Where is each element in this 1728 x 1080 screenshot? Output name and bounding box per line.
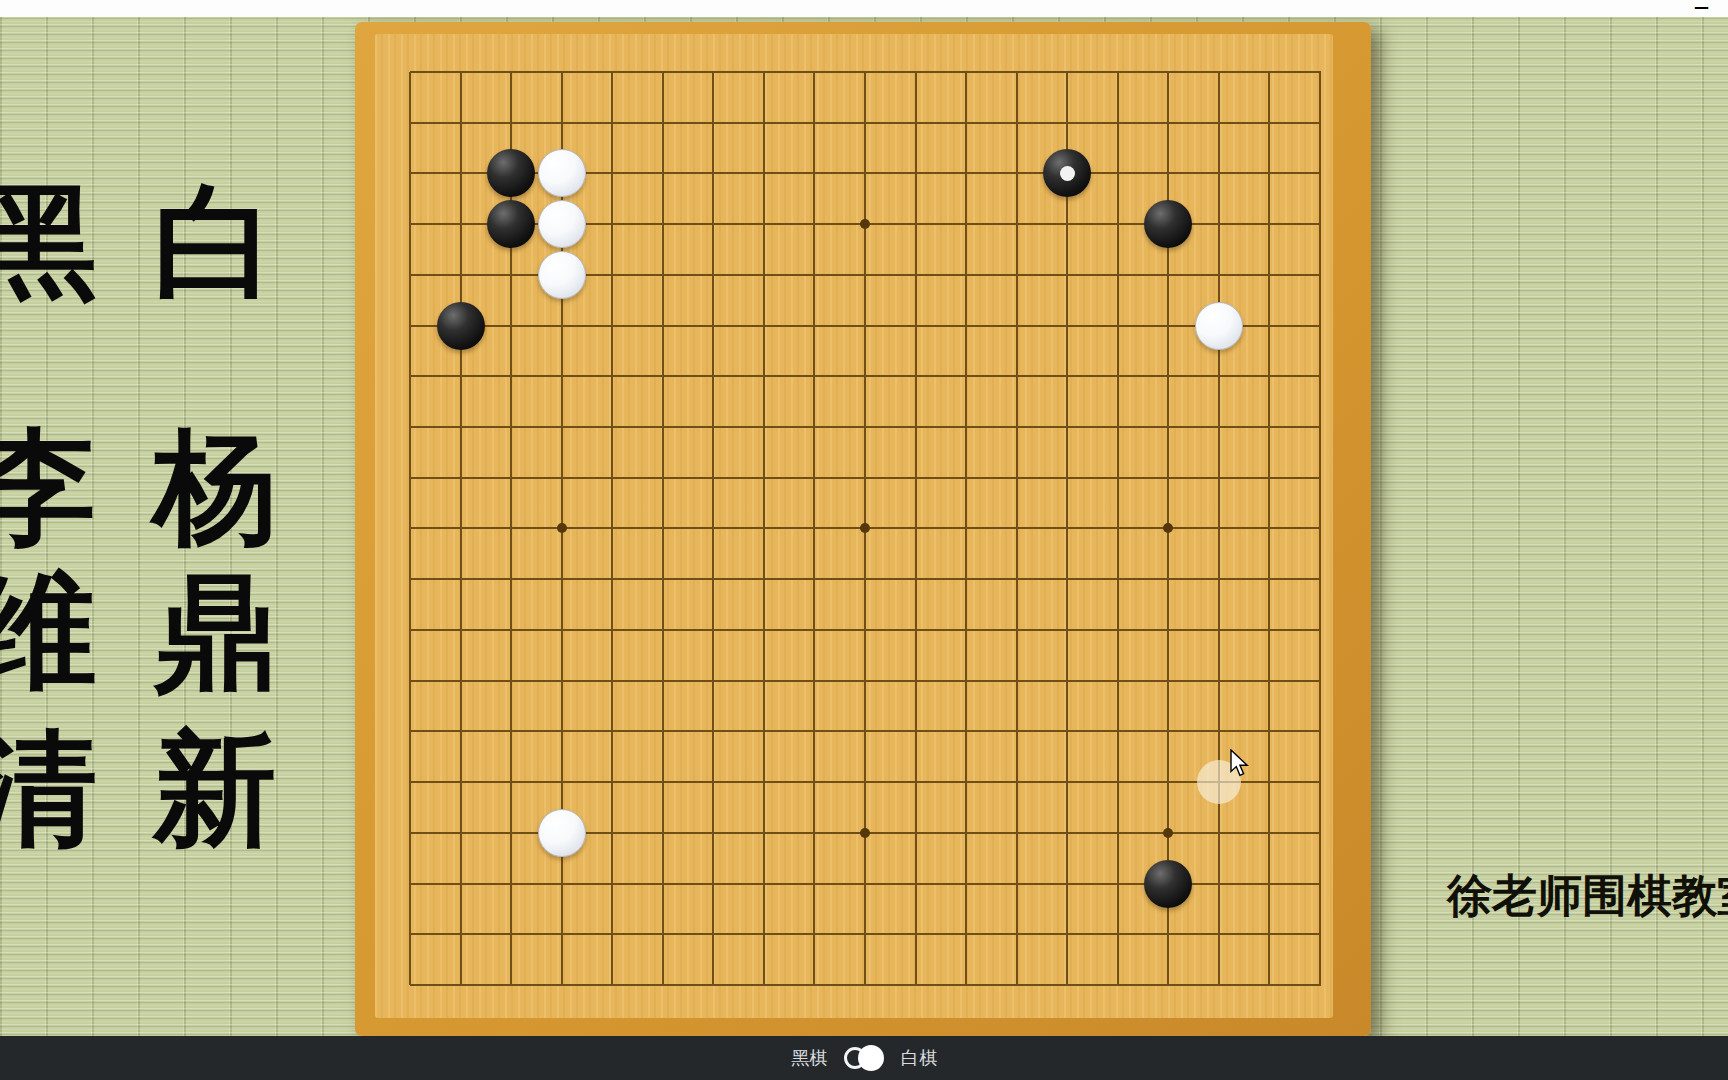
white-player-char: 鼎 bbox=[149, 569, 281, 695]
minimize-button[interactable]: — bbox=[1694, 0, 1724, 17]
stones-layer bbox=[410, 72, 1321, 986]
black-player-char: 维 bbox=[0, 569, 101, 695]
bottom-bar: 黑棋 白棋 bbox=[0, 1036, 1728, 1080]
black-stone bbox=[487, 200, 535, 248]
black-toggle-label: 黑棋 bbox=[791, 1046, 827, 1070]
mouse-cursor bbox=[1230, 749, 1252, 779]
white-player-char: 杨 bbox=[149, 424, 281, 550]
black-stone bbox=[487, 149, 535, 197]
white-player-char: 白 bbox=[149, 179, 281, 305]
black-stone bbox=[1043, 149, 1091, 197]
black-player-char: 清 bbox=[0, 726, 101, 852]
last-move-marker bbox=[1060, 166, 1075, 181]
white-toggle-label: 白棋 bbox=[901, 1046, 937, 1070]
white-stone bbox=[1195, 302, 1243, 350]
white-stone bbox=[538, 149, 586, 197]
black-stone bbox=[437, 302, 485, 350]
screen: — 黑李维清 白杨鼎新 徐老师围棋教室 黑棋 白棋 bbox=[0, 0, 1728, 1080]
black-player-char: 李 bbox=[0, 424, 101, 550]
stone-color-toggle[interactable] bbox=[844, 1044, 884, 1072]
window-titlebar: — bbox=[0, 0, 1728, 17]
black-stone bbox=[1144, 200, 1192, 248]
black-stone bbox=[1144, 860, 1192, 908]
white-stone bbox=[538, 200, 586, 248]
white-stone-toggle-icon bbox=[858, 1045, 884, 1071]
white-stone bbox=[538, 251, 586, 299]
black-player-char: 黑 bbox=[0, 179, 101, 305]
white-stone bbox=[538, 809, 586, 857]
white-player-char: 新 bbox=[149, 726, 281, 852]
watermark-text: 徐老师围棋教室 bbox=[1447, 866, 1728, 926]
